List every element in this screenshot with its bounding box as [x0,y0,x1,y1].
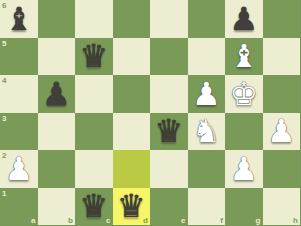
file-label-b: b [68,216,73,225]
square-a5[interactable]: 5 [0,38,38,76]
square-g3[interactable] [225,113,263,151]
square-f3[interactable]: ♞ [188,113,226,151]
square-c6[interactable] [75,0,113,38]
square-b1[interactable]: b [38,188,76,226]
square-b6[interactable] [38,0,76,38]
square-c5[interactable]: ♛ [75,38,113,76]
square-b2[interactable] [38,150,76,188]
square-f6[interactable] [188,0,226,38]
square-a6[interactable]: 6♝ [0,0,38,38]
square-d2[interactable] [113,150,151,188]
square-e4[interactable] [150,75,188,113]
file-label-a: a [31,216,35,225]
rank-label-3: 3 [2,114,6,123]
black-queen-d1[interactable]: ♛ [113,188,151,226]
white-knight-f3[interactable]: ♞ [188,113,226,151]
square-c2[interactable] [75,150,113,188]
white-pawn-h3[interactable]: ♟ [263,113,301,151]
square-h6[interactable] [263,0,301,38]
square-d6[interactable] [113,0,151,38]
square-g1[interactable]: g [225,188,263,226]
file-label-h: h [293,216,298,225]
square-h5[interactable] [263,38,301,76]
square-h4[interactable] [263,75,301,113]
file-label-e: e [181,216,185,225]
white-king-g4[interactable]: ♚ [225,75,263,113]
square-b4[interactable]: ♟ [38,75,76,113]
square-e6[interactable] [150,0,188,38]
square-g2[interactable]: ♟ [225,150,263,188]
black-queen-c5[interactable]: ♛ [75,38,113,76]
square-e5[interactable] [150,38,188,76]
square-c3[interactable] [75,113,113,151]
square-g5[interactable]: ♝ [225,38,263,76]
square-a2[interactable]: 2♟ [0,150,38,188]
square-a3[interactable]: 3 [0,113,38,151]
square-g4[interactable]: ♚ [225,75,263,113]
square-b3[interactable] [38,113,76,151]
square-a4[interactable]: 4 [0,75,38,113]
square-e3[interactable]: ♛ [150,113,188,151]
square-h2[interactable] [263,150,301,188]
square-d5[interactable] [113,38,151,76]
rank-label-1: 1 [2,189,6,198]
square-f2[interactable] [188,150,226,188]
square-e2[interactable] [150,150,188,188]
rank-label-4: 4 [2,76,6,85]
square-b5[interactable] [38,38,76,76]
square-g6[interactable]: ♟ [225,0,263,38]
square-d3[interactable] [113,113,151,151]
black-bishop-a6[interactable]: ♝ [0,0,38,38]
square-e1[interactable]: e [150,188,188,226]
square-d4[interactable] [113,75,151,113]
square-c1[interactable]: c♛ [75,188,113,226]
file-label-f: f [220,216,223,225]
square-f5[interactable] [188,38,226,76]
rank-label-5: 5 [2,39,6,48]
white-pawn-g2[interactable]: ♟ [225,150,263,188]
black-queen-c1[interactable]: ♛ [75,188,113,226]
square-h3[interactable]: ♟ [263,113,301,151]
square-f1[interactable]: f [188,188,226,226]
white-bishop-g5[interactable]: ♝ [225,38,263,76]
square-h1[interactable]: h [263,188,301,226]
square-d1[interactable]: d♛ [113,188,151,226]
white-pawn-f4[interactable]: ♟ [188,75,226,113]
chess-board: 6♝♟5♛♝4♟♟♚3♛♞♟2♟♟1abc♛d♛efgh [0,0,300,225]
square-f4[interactable]: ♟ [188,75,226,113]
black-pawn-g6[interactable]: ♟ [225,0,263,38]
white-pawn-a2[interactable]: ♟ [0,150,38,188]
file-label-g: g [256,216,261,225]
square-a1[interactable]: 1a [0,188,38,226]
black-pawn-b4[interactable]: ♟ [38,75,76,113]
square-c4[interactable] [75,75,113,113]
black-queen-e3[interactable]: ♛ [150,113,188,151]
